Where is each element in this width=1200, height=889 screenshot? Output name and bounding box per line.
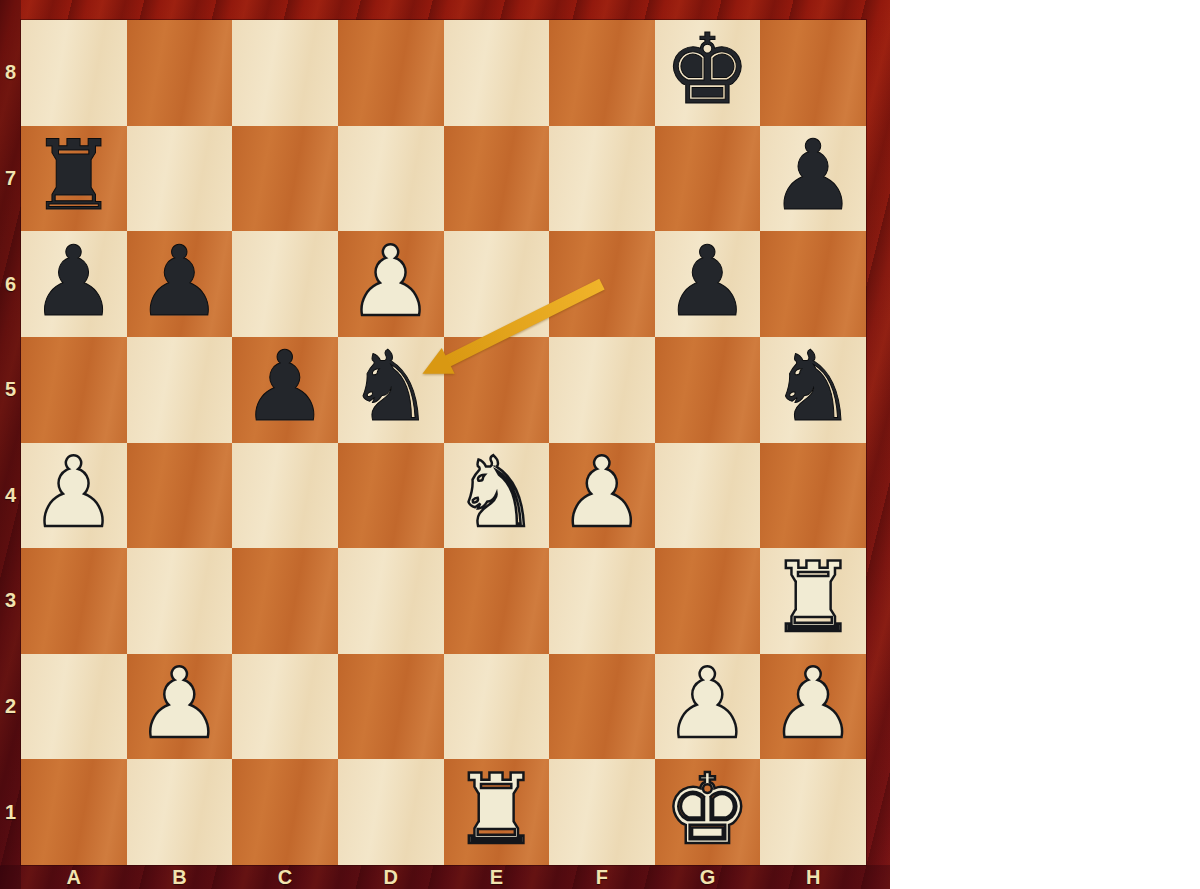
square-e4[interactable]: ♞ [444, 443, 550, 549]
white-king[interactable]: ♚ [664, 761, 751, 858]
square-d5[interactable]: ♞ [338, 337, 444, 443]
square-f7[interactable] [549, 126, 655, 232]
file-label-g: G [655, 865, 761, 889]
square-g3[interactable] [655, 548, 761, 654]
white-pawn[interactable]: ♟ [558, 444, 645, 541]
square-h1[interactable] [760, 759, 866, 865]
white-rook[interactable]: ♜ [453, 761, 540, 858]
file-label-h: H [760, 865, 866, 889]
file-label-b: B [127, 865, 233, 889]
square-d1[interactable] [338, 759, 444, 865]
square-d3[interactable] [338, 548, 444, 654]
rank-label-8: 8 [0, 20, 21, 126]
rank-label-4: 4 [0, 443, 21, 549]
square-e2[interactable] [444, 654, 550, 760]
rank-label-1: 1 [0, 759, 21, 865]
square-b2[interactable]: ♟ [127, 654, 233, 760]
square-e8[interactable] [444, 20, 550, 126]
black-pawn[interactable]: ♟ [242, 338, 329, 435]
square-b4[interactable] [127, 443, 233, 549]
black-pawn[interactable]: ♟ [664, 233, 751, 330]
square-d8[interactable] [338, 20, 444, 126]
rank-label-2: 2 [0, 654, 21, 760]
square-a4[interactable]: ♟ [21, 443, 127, 549]
rank-labels: 87654321 [0, 20, 21, 865]
black-knight[interactable]: ♞ [347, 338, 434, 435]
square-f1[interactable] [549, 759, 655, 865]
square-c3[interactable] [232, 548, 338, 654]
chess-board: ♚♜♟♟♟♟♟♟♞♞♟♞♟♜♟♟♟♜♚ [21, 20, 866, 865]
square-a1[interactable] [21, 759, 127, 865]
square-a3[interactable] [21, 548, 127, 654]
square-a2[interactable] [21, 654, 127, 760]
file-label-a: A [21, 865, 127, 889]
square-g5[interactable] [655, 337, 761, 443]
black-pawn[interactable]: ♟ [770, 127, 857, 224]
square-d7[interactable] [338, 126, 444, 232]
square-e7[interactable] [444, 126, 550, 232]
square-b6[interactable]: ♟ [127, 231, 233, 337]
square-b3[interactable] [127, 548, 233, 654]
square-f6[interactable] [549, 231, 655, 337]
white-pawn[interactable]: ♟ [770, 655, 857, 752]
square-f4[interactable]: ♟ [549, 443, 655, 549]
square-h8[interactable] [760, 20, 866, 126]
rank-label-6: 6 [0, 231, 21, 337]
rank-label-7: 7 [0, 126, 21, 232]
square-c8[interactable] [232, 20, 338, 126]
rank-label-3: 3 [0, 548, 21, 654]
white-pawn[interactable]: ♟ [347, 233, 434, 330]
square-d2[interactable] [338, 654, 444, 760]
square-g2[interactable]: ♟ [655, 654, 761, 760]
square-g6[interactable]: ♟ [655, 231, 761, 337]
square-g1[interactable]: ♚ [655, 759, 761, 865]
square-e6[interactable] [444, 231, 550, 337]
black-pawn[interactable]: ♟ [30, 233, 117, 330]
file-label-c: C [232, 865, 338, 889]
square-c4[interactable] [232, 443, 338, 549]
square-a8[interactable] [21, 20, 127, 126]
square-b7[interactable] [127, 126, 233, 232]
square-d4[interactable] [338, 443, 444, 549]
square-d6[interactable]: ♟ [338, 231, 444, 337]
square-h5[interactable]: ♞ [760, 337, 866, 443]
square-h4[interactable] [760, 443, 866, 549]
square-g8[interactable]: ♚ [655, 20, 761, 126]
white-pawn[interactable]: ♟ [30, 444, 117, 541]
file-label-f: F [549, 865, 655, 889]
square-f3[interactable] [549, 548, 655, 654]
square-a6[interactable]: ♟ [21, 231, 127, 337]
file-label-e: E [444, 865, 550, 889]
square-g4[interactable] [655, 443, 761, 549]
square-c6[interactable] [232, 231, 338, 337]
black-pawn[interactable]: ♟ [136, 233, 223, 330]
rank-label-5: 5 [0, 337, 21, 443]
square-c7[interactable] [232, 126, 338, 232]
square-c1[interactable] [232, 759, 338, 865]
square-e3[interactable] [444, 548, 550, 654]
square-a5[interactable] [21, 337, 127, 443]
square-b5[interactable] [127, 337, 233, 443]
square-h3[interactable]: ♜ [760, 548, 866, 654]
file-label-d: D [338, 865, 444, 889]
square-g7[interactable] [655, 126, 761, 232]
square-c2[interactable] [232, 654, 338, 760]
square-f8[interactable] [549, 20, 655, 126]
black-knight[interactable]: ♞ [770, 338, 857, 435]
square-f5[interactable] [549, 337, 655, 443]
file-labels: ABCDEFGH [21, 865, 866, 889]
square-e5[interactable] [444, 337, 550, 443]
square-h6[interactable] [760, 231, 866, 337]
white-pawn[interactable]: ♟ [136, 655, 223, 752]
square-b1[interactable] [127, 759, 233, 865]
white-rook[interactable]: ♜ [770, 549, 857, 646]
square-a7[interactable]: ♜ [21, 126, 127, 232]
black-king[interactable]: ♚ [664, 21, 751, 118]
white-knight[interactable]: ♞ [453, 444, 540, 541]
square-f2[interactable] [549, 654, 655, 760]
square-e1[interactable]: ♜ [444, 759, 550, 865]
white-pawn[interactable]: ♟ [664, 655, 751, 752]
square-c5[interactable]: ♟ [232, 337, 338, 443]
square-b8[interactable] [127, 20, 233, 126]
square-h2[interactable]: ♟ [760, 654, 866, 760]
black-rook[interactable]: ♜ [30, 127, 117, 224]
square-h7[interactable]: ♟ [760, 126, 866, 232]
screenshot-stage: ♚♜♟♟♟♟♟♟♞♞♟♞♟♜♟♟♟♜♚ 87654321 ABCDEFGH [0, 0, 1200, 889]
